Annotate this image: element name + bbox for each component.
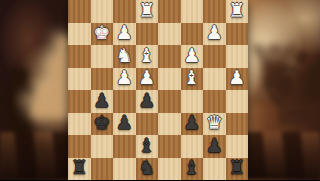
square-f8[interactable] [181,0,204,23]
square-f1[interactable]: ♝ [181,158,204,181]
square-b1[interactable] [91,158,114,181]
square-d4[interactable]: ♟ [136,90,159,113]
square-d8[interactable]: ♜ [136,0,159,23]
blurred-dark-pawn-right-icon: ♟ [280,0,320,125]
black-knight-d1[interactable]: ♞ [138,158,155,177]
square-g7[interactable]: ♟ [203,23,226,46]
square-h5[interactable]: ♟ [226,68,249,91]
black-pawn-b4[interactable]: ♟ [93,91,110,110]
square-c6[interactable]: ♞ [113,45,136,68]
square-a1[interactable]: ♜ [68,158,91,181]
square-a6[interactable] [68,45,91,68]
white-pawn-f6[interactable]: ♟ [183,46,200,65]
square-h6[interactable] [226,45,249,68]
square-h8[interactable]: ♜ [226,0,249,23]
white-knight-c6[interactable]: ♞ [116,46,133,65]
square-f2[interactable] [181,135,204,158]
white-pawn-c7[interactable]: ♟ [116,23,133,42]
square-h4[interactable] [226,90,249,113]
chess-thumbnail: ♝♟♜♚♟ ♜♜♚♟♟♞♝♟♟♟♝♟♟♟♚♟♟♛♝♟♜♞♝♜ [0,0,320,180]
square-g8[interactable] [203,0,226,23]
square-h7[interactable] [226,23,249,46]
square-c4[interactable] [113,90,136,113]
black-pawn-f3[interactable]: ♟ [183,113,200,132]
square-f3[interactable]: ♟ [181,113,204,136]
white-pawn-d5[interactable]: ♟ [138,68,155,87]
square-c7[interactable]: ♟ [113,23,136,46]
square-g2[interactable]: ♟ [203,135,226,158]
square-c2[interactable] [113,135,136,158]
square-a4[interactable] [68,90,91,113]
square-a3[interactable] [68,113,91,136]
black-bishop-d2[interactable]: ♝ [138,136,155,155]
square-e5[interactable] [158,68,181,91]
white-pawn-g7[interactable]: ♟ [206,23,223,42]
square-g3[interactable]: ♛ [203,113,226,136]
square-c1[interactable] [113,158,136,181]
square-d7[interactable] [136,23,159,46]
square-a5[interactable] [68,68,91,91]
square-d1[interactable]: ♞ [136,158,159,181]
square-h1[interactable]: ♜ [226,158,249,181]
black-pawn-d4[interactable]: ♟ [138,91,155,110]
square-f6[interactable]: ♟ [181,45,204,68]
square-f5[interactable]: ♝ [181,68,204,91]
square-e6[interactable] [158,45,181,68]
black-pawn-c3[interactable]: ♟ [116,113,133,132]
square-e2[interactable] [158,135,181,158]
square-b2[interactable] [91,135,114,158]
square-a2[interactable] [68,135,91,158]
chess-board: ♜♜♚♟♟♞♝♟♟♟♝♟♟♟♚♟♟♛♝♟♜♞♝♜ [68,0,248,180]
square-b8[interactable] [91,0,114,23]
square-c8[interactable] [113,0,136,23]
square-g1[interactable] [203,158,226,181]
square-e3[interactable] [158,113,181,136]
square-h2[interactable] [226,135,249,158]
square-a7[interactable] [68,23,91,46]
white-bishop-d6[interactable]: ♝ [138,46,155,65]
square-b7[interactable]: ♚ [91,23,114,46]
square-d5[interactable]: ♟ [136,68,159,91]
white-rook-d8[interactable]: ♜ [138,1,155,20]
square-b5[interactable] [91,68,114,91]
white-queen-g3[interactable]: ♛ [206,113,223,132]
white-pawn-h5[interactable]: ♟ [228,68,245,87]
white-king-b7[interactable]: ♚ [93,23,110,42]
square-e4[interactable] [158,90,181,113]
white-pawn-c5[interactable]: ♟ [116,68,133,87]
black-pawn-g2[interactable]: ♟ [206,136,223,155]
black-rook-a1[interactable]: ♜ [71,158,88,177]
square-f4[interactable] [181,90,204,113]
square-e8[interactable] [158,0,181,23]
black-rook-h1[interactable]: ♜ [228,158,245,177]
black-king-b3[interactable]: ♚ [93,113,110,132]
white-rook-h8[interactable]: ♜ [228,1,245,20]
square-h3[interactable] [226,113,249,136]
square-b6[interactable] [91,45,114,68]
square-e7[interactable] [158,23,181,46]
square-f7[interactable] [181,23,204,46]
square-c3[interactable]: ♟ [113,113,136,136]
square-a8[interactable] [68,0,91,23]
square-g4[interactable] [203,90,226,113]
square-g6[interactable] [203,45,226,68]
square-g5[interactable] [203,68,226,91]
square-b3[interactable]: ♚ [91,113,114,136]
square-e1[interactable] [158,158,181,181]
black-bishop-f1[interactable]: ♝ [183,158,200,177]
square-d3[interactable] [136,113,159,136]
square-b4[interactable]: ♟ [91,90,114,113]
square-d2[interactable]: ♝ [136,135,159,158]
white-bishop-f5[interactable]: ♝ [183,68,200,87]
square-d6[interactable]: ♝ [136,45,159,68]
square-c5[interactable]: ♟ [113,68,136,91]
